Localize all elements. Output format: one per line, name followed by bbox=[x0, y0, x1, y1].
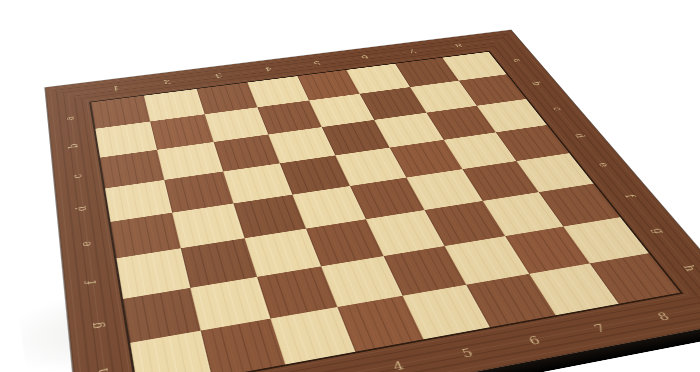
square-e1 bbox=[110, 213, 181, 259]
square-e4 bbox=[292, 186, 366, 229]
square-f1 bbox=[116, 248, 190, 298]
square-g2 bbox=[191, 277, 270, 331]
square-f4 bbox=[306, 219, 384, 266]
coord-label-h: h bbox=[64, 347, 143, 372]
square-g1 bbox=[123, 287, 201, 342]
coord-label-e: e bbox=[52, 225, 120, 264]
square-g4 bbox=[321, 256, 403, 307]
square-h4 bbox=[337, 296, 423, 352]
board-top-face: 12345678 12345678 abcdefgh abcdefgh bbox=[45, 30, 700, 372]
square-d1 bbox=[105, 180, 172, 222]
square-h8 bbox=[589, 253, 680, 304]
square-f8 bbox=[539, 184, 620, 227]
square-f6 bbox=[425, 201, 505, 246]
product-photo: 12345678 12345678 abcdefgh abcdefgh ✕ bbox=[0, 0, 700, 372]
coords-bottom: 12345678 bbox=[138, 294, 700, 372]
square-g7 bbox=[504, 226, 589, 274]
square-g3 bbox=[256, 266, 337, 318]
coord-label-f: f bbox=[56, 262, 128, 304]
coord-label-d: d bbox=[49, 191, 114, 226]
playing-area bbox=[89, 51, 683, 372]
square-h6 bbox=[466, 274, 555, 327]
square-f7 bbox=[482, 192, 563, 236]
square-g5 bbox=[383, 246, 466, 296]
square-f3 bbox=[244, 229, 321, 277]
square-f5 bbox=[366, 210, 445, 256]
square-f2 bbox=[181, 238, 256, 287]
square-h3 bbox=[270, 307, 355, 365]
square-e3 bbox=[233, 195, 306, 239]
square-h5 bbox=[403, 285, 491, 340]
coord-label-3: 3 bbox=[285, 353, 371, 372]
square-h7 bbox=[529, 263, 619, 315]
square-h1 bbox=[130, 330, 212, 372]
coord-label-4: 4 bbox=[356, 341, 442, 372]
chess-board: 12345678 12345678 abcdefgh abcdefgh ✕ bbox=[45, 30, 700, 372]
square-d2 bbox=[164, 171, 232, 212]
coord-label-g: g bbox=[619, 212, 699, 249]
coord-label-h: h bbox=[647, 248, 700, 289]
coord-label-5: 5 bbox=[424, 329, 511, 372]
square-h2 bbox=[201, 318, 285, 372]
coord-label-g: g bbox=[60, 302, 135, 349]
coord-label-2: 2 bbox=[213, 366, 298, 372]
square-e2 bbox=[172, 204, 244, 249]
square-g8 bbox=[563, 217, 649, 263]
square-g6 bbox=[445, 236, 529, 285]
